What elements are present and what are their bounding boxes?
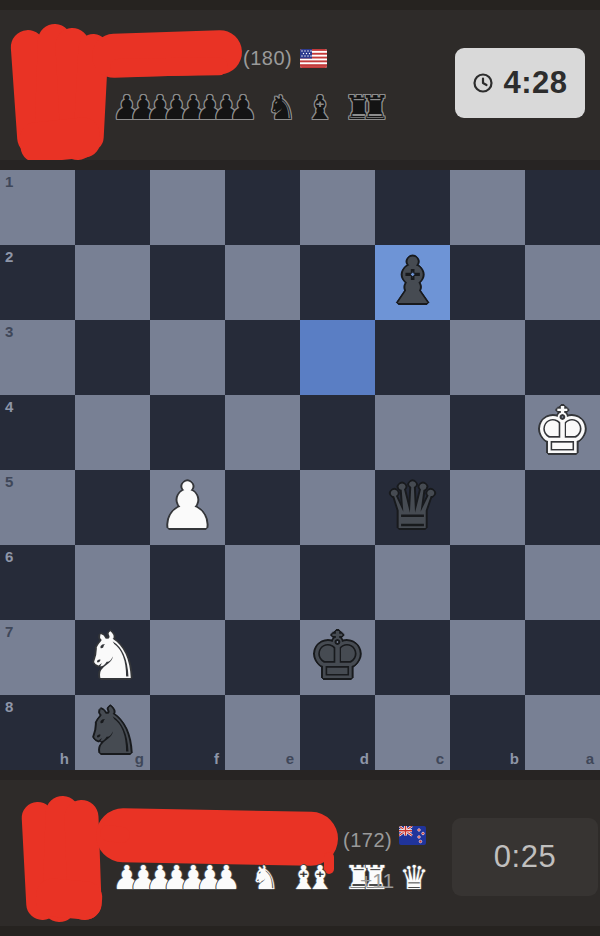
game-screen: (180) ♟♟♟♟♟♟♟♟♞♝♜♜ <box>0 0 600 936</box>
square-g3[interactable] <box>75 320 150 395</box>
square-a6[interactable] <box>525 545 600 620</box>
square-d3[interactable] <box>300 320 375 395</box>
square-g4[interactable] <box>75 395 150 470</box>
top-captured-pieces-tray: ♟♟♟♟♟♟♟♟♞♝♜♜ <box>112 88 399 126</box>
captured-pawn-icon: ♟ <box>212 860 242 896</box>
square-h5[interactable]: 5 <box>0 470 75 545</box>
square-f7[interactable] <box>150 620 225 695</box>
square-f5[interactable]: ♟ <box>150 470 225 545</box>
captured-knight-group: ♞ <box>250 860 280 896</box>
square-c4[interactable] <box>375 395 450 470</box>
square-d7[interactable]: ♚ <box>300 620 375 695</box>
file-label-f: f <box>214 750 219 767</box>
file-label-c: c <box>436 750 444 767</box>
top-edge-strip <box>0 0 600 10</box>
bottom-clock-time: 0:25 <box>494 839 556 875</box>
file-label-b: b <box>510 750 519 767</box>
captured-rook-group: ♜♜ <box>344 90 390 126</box>
square-e7[interactable] <box>225 620 300 695</box>
piece-black-bishop-c2[interactable]: ♝ <box>375 245 450 320</box>
square-f4[interactable] <box>150 395 225 470</box>
square-h4[interactable]: 4 <box>0 395 75 470</box>
square-h2[interactable]: 2 <box>0 245 75 320</box>
square-b3[interactable] <box>450 320 525 395</box>
square-g8[interactable]: g♞ <box>75 695 150 770</box>
captured-bishop-icon: ♝ <box>305 860 335 896</box>
square-c1[interactable] <box>375 170 450 245</box>
square-a8[interactable]: a <box>525 695 600 770</box>
top-player-rating: (180) <box>243 47 292 70</box>
square-a4[interactable]: ♚ <box>525 395 600 470</box>
square-b2[interactable] <box>450 245 525 320</box>
piece-white-king-a4[interactable]: ♚ <box>525 395 600 470</box>
square-a3[interactable] <box>525 320 600 395</box>
square-c3[interactable] <box>375 320 450 395</box>
rank-label-8: 8 <box>5 698 13 715</box>
top-player-clock: 4:28 <box>455 48 585 118</box>
square-b7[interactable] <box>450 620 525 695</box>
square-h6[interactable]: 6 <box>0 545 75 620</box>
square-b6[interactable] <box>450 545 525 620</box>
square-b8[interactable]: b <box>450 695 525 770</box>
file-label-h: h <box>60 750 69 767</box>
square-c7[interactable] <box>375 620 450 695</box>
square-e8[interactable]: e <box>225 695 300 770</box>
square-e2[interactable] <box>225 245 300 320</box>
square-e4[interactable] <box>225 395 300 470</box>
file-label-e: e <box>286 750 294 767</box>
square-e1[interactable] <box>225 170 300 245</box>
square-c8[interactable]: c <box>375 695 450 770</box>
square-g2[interactable] <box>75 245 150 320</box>
captured-queen-icon: ♛ <box>399 860 429 896</box>
rank-label-1: 1 <box>5 173 13 190</box>
square-b5[interactable] <box>450 470 525 545</box>
captured-knight-group: ♞ <box>267 90 297 126</box>
bottom-player-rating: (172) <box>343 829 392 852</box>
chess-board: 12♝34♚5♟♛67♞♚8hg♞fedcba <box>0 170 600 770</box>
captured-bishop-group: ♝ <box>305 90 335 126</box>
top-clock-time: 4:28 <box>503 65 567 101</box>
square-c6[interactable] <box>375 545 450 620</box>
square-a2[interactable] <box>525 245 600 320</box>
rank-label-3: 3 <box>5 323 13 340</box>
board-top-divider <box>0 160 600 170</box>
square-b1[interactable] <box>450 170 525 245</box>
square-a1[interactable] <box>525 170 600 245</box>
piece-black-king-d7[interactable]: ♚ <box>300 620 375 695</box>
captured-pawn-group: ♟♟♟♟♟♟♟ <box>112 860 241 896</box>
board-bottom-divider <box>0 770 600 780</box>
rank-label-5: 5 <box>5 473 13 490</box>
nz-flag-icon <box>399 826 426 845</box>
square-g7[interactable]: ♞ <box>75 620 150 695</box>
square-a5[interactable] <box>525 470 600 545</box>
us-flag-icon <box>300 49 327 68</box>
square-d4[interactable] <box>300 395 375 470</box>
square-d6[interactable] <box>300 545 375 620</box>
bottom-player-clock: 0:25 <box>452 818 598 896</box>
square-g6[interactable] <box>75 545 150 620</box>
square-f3[interactable] <box>150 320 225 395</box>
piece-black-queen-c5[interactable]: ♛ <box>375 470 450 545</box>
rank-label-6: 6 <box>5 548 13 565</box>
captured-bishop-icon: ♝ <box>305 90 335 126</box>
square-h7[interactable]: 7 <box>0 620 75 695</box>
rank-label-2: 2 <box>5 248 13 265</box>
captured-pawn-icon: ♟ <box>228 90 258 126</box>
file-label-a: a <box>586 750 594 767</box>
piece-black-knight-g8[interactable]: ♞ <box>75 695 150 770</box>
captured-bishop-group: ♝♝ <box>289 860 335 896</box>
square-h8[interactable]: 8h <box>0 695 75 770</box>
square-e5[interactable] <box>225 470 300 545</box>
square-b4[interactable] <box>450 395 525 470</box>
piece-white-pawn-f5[interactable]: ♟ <box>150 470 225 545</box>
square-f2[interactable] <box>150 245 225 320</box>
square-f6[interactable] <box>150 545 225 620</box>
captured-pawn-group: ♟♟♟♟♟♟♟♟ <box>112 90 258 126</box>
square-e3[interactable] <box>225 320 300 395</box>
material-advantage-badge: +11 <box>360 869 394 893</box>
square-d5[interactable] <box>300 470 375 545</box>
file-label-d: d <box>360 750 369 767</box>
square-d1[interactable] <box>300 170 375 245</box>
captured-knight-icon: ♞ <box>267 90 297 126</box>
square-d8[interactable]: d <box>300 695 375 770</box>
square-f8[interactable]: f <box>150 695 225 770</box>
captured-knight-icon: ♞ <box>250 860 280 896</box>
rank-label-4: 4 <box>5 398 13 415</box>
square-e6[interactable] <box>225 545 300 620</box>
clock-icon <box>472 72 494 94</box>
piece-white-knight-g7[interactable]: ♞ <box>75 620 150 695</box>
square-a7[interactable] <box>525 620 600 695</box>
square-c2[interactable]: ♝ <box>375 245 450 320</box>
rank-label-7: 7 <box>5 623 13 640</box>
square-g5[interactable] <box>75 470 150 545</box>
captured-rook-icon: ♜ <box>361 90 391 126</box>
square-h1[interactable]: 1 <box>0 170 75 245</box>
square-f1[interactable] <box>150 170 225 245</box>
captured-queen-group: ♛ <box>399 860 429 896</box>
square-d2[interactable] <box>300 245 375 320</box>
square-h3[interactable]: 3 <box>0 320 75 395</box>
square-c5[interactable]: ♛ <box>375 470 450 545</box>
square-g1[interactable] <box>75 170 150 245</box>
bottom-edge-strip <box>0 926 600 936</box>
